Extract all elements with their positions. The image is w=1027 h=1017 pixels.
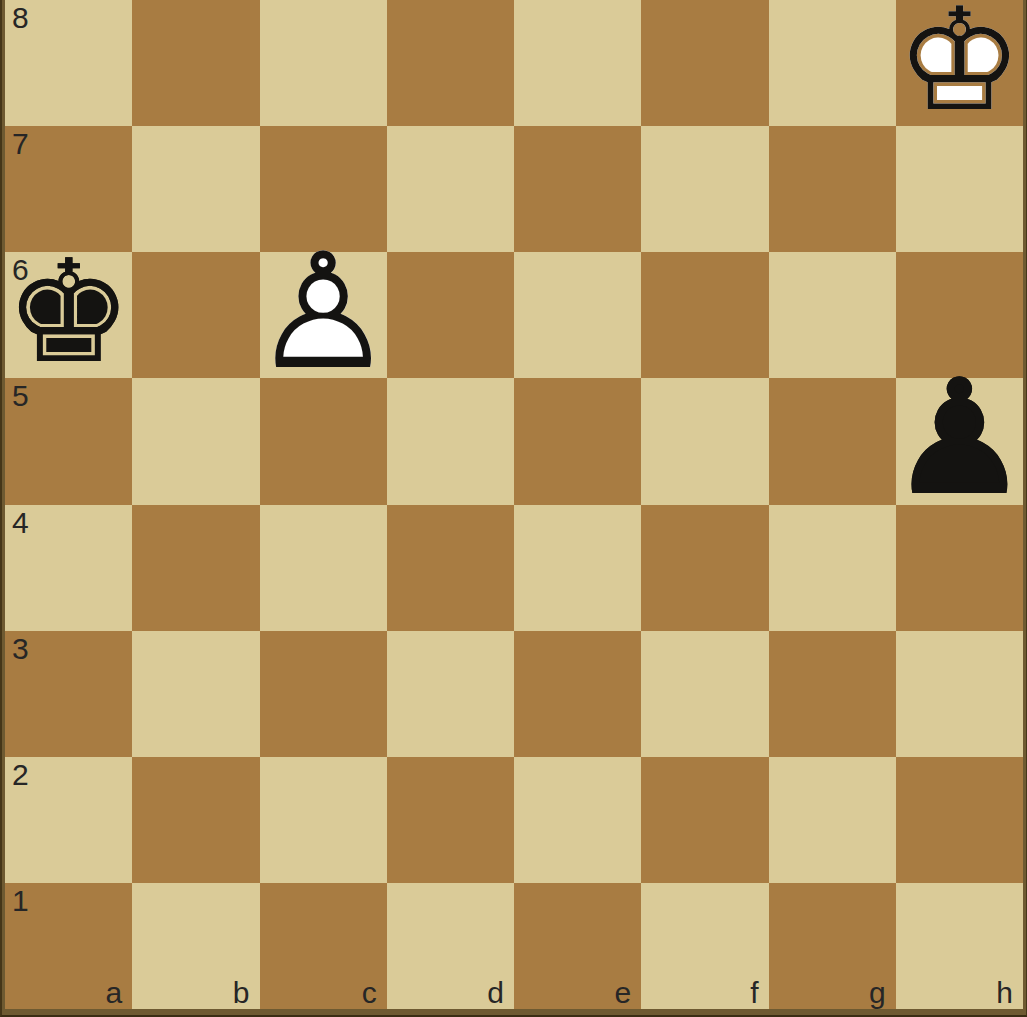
square-b7[interactable] [132,126,259,252]
square-e1[interactable]: e [514,883,641,1009]
square-d6[interactable] [387,252,514,378]
white-pawn-glyph-outline: ♙ [251,232,394,392]
file-label-h: h [996,976,1013,1010]
black-pawn-glyph-fill: ♟ [888,358,1027,518]
square-f6[interactable] [641,252,768,378]
square-c1[interactable]: c [260,883,387,1009]
square-c2[interactable] [260,757,387,883]
white-king-piece: ♚♔ [896,0,1023,126]
square-g1[interactable]: g [769,883,896,1009]
square-g4[interactable] [769,505,896,631]
square-c6[interactable]: ♟♙ [260,252,387,378]
file-label-g: g [869,976,886,1010]
square-b5[interactable] [132,378,259,504]
square-a1[interactable]: 1a [5,883,132,1009]
square-d2[interactable] [387,757,514,883]
square-c7[interactable] [260,126,387,252]
file-label-b: b [233,976,250,1010]
rank-label-5: 5 [12,379,29,413]
chess-board-frame: 8♚♔76♚♔♟♙5♟♙4321abcdefgh [0,0,1027,1017]
square-b6[interactable] [132,252,259,378]
square-g3[interactable] [769,631,896,757]
square-b2[interactable] [132,757,259,883]
square-e7[interactable] [514,126,641,252]
square-h5[interactable]: ♟♙ [896,378,1023,504]
square-d8[interactable] [387,0,514,126]
square-e3[interactable] [514,631,641,757]
square-d3[interactable] [387,631,514,757]
square-h8[interactable]: ♚♔ [896,0,1023,126]
white-pawn-piece: ♟♙ [260,252,387,378]
square-g5[interactable] [769,378,896,504]
square-g2[interactable] [769,757,896,883]
file-label-a: a [106,976,123,1010]
square-e2[interactable] [514,757,641,883]
square-b3[interactable] [132,631,259,757]
square-h3[interactable] [896,631,1023,757]
square-e6[interactable] [514,252,641,378]
square-h1[interactable]: h [896,883,1023,1009]
rank-label-2: 2 [12,758,29,792]
rank-label-1: 1 [12,884,29,918]
white-pawn-glyph-fill: ♟ [251,232,394,392]
chess-board: 8♚♔76♚♔♟♙5♟♙4321abcdefgh [5,0,1023,1009]
square-b1[interactable]: b [132,883,259,1009]
rank-label-4: 4 [12,506,29,540]
white-king-glyph-fill: ♚ [896,0,1023,131]
square-c4[interactable] [260,505,387,631]
file-label-e: e [615,976,632,1010]
square-d1[interactable]: d [387,883,514,1009]
black-pawn-piece: ♟♙ [896,378,1023,504]
square-h4[interactable] [896,505,1023,631]
square-f5[interactable] [641,378,768,504]
square-d7[interactable] [387,126,514,252]
square-f2[interactable] [641,757,768,883]
square-f7[interactable] [641,126,768,252]
square-a2[interactable]: 2 [5,757,132,883]
square-a8[interactable]: 8 [5,0,132,126]
square-h2[interactable] [896,757,1023,883]
square-e4[interactable] [514,505,641,631]
square-c3[interactable] [260,631,387,757]
square-a4[interactable]: 4 [5,505,132,631]
square-f3[interactable] [641,631,768,757]
black-pawn-glyph-outline: ♙ [888,358,1027,518]
square-d4[interactable] [387,505,514,631]
square-a5[interactable]: 5 [5,378,132,504]
square-a7[interactable]: 7 [5,126,132,252]
square-d5[interactable] [387,378,514,504]
square-a3[interactable]: 3 [5,631,132,757]
square-b4[interactable] [132,505,259,631]
square-h7[interactable] [896,126,1023,252]
rank-label-6: 6 [12,253,29,287]
square-a6[interactable]: 6♚♔ [5,252,132,378]
square-e5[interactable] [514,378,641,504]
square-f1[interactable]: f [641,883,768,1009]
file-label-f: f [750,976,758,1010]
rank-label-7: 7 [12,127,29,161]
square-c8[interactable] [260,0,387,126]
square-f8[interactable] [641,0,768,126]
square-e8[interactable] [514,0,641,126]
square-g6[interactable] [769,252,896,378]
white-king-glyph-outline: ♔ [896,0,1023,131]
square-g7[interactable] [769,126,896,252]
rank-label-8: 8 [12,1,29,35]
square-c5[interactable] [260,378,387,504]
square-b8[interactable] [132,0,259,126]
file-label-c: c [362,976,377,1010]
file-label-d: d [487,976,504,1010]
rank-label-3: 3 [12,632,29,666]
square-g8[interactable] [769,0,896,126]
square-h6[interactable] [896,252,1023,378]
square-f4[interactable] [641,505,768,631]
